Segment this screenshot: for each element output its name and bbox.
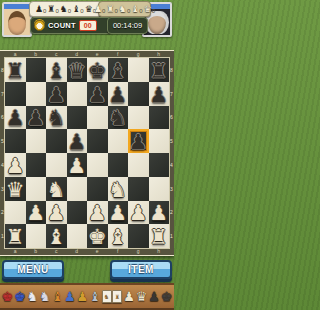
black-rook-icon: ♜	[47, 3, 55, 15]
piece-black-bishop-c8[interactable]: ♝	[47, 60, 66, 81]
white-bishop-icon: ♝	[131, 3, 139, 15]
square-g4[interactable]	[128, 153, 149, 177]
piece-black-pawn-g5[interactable]: ♟	[129, 131, 148, 152]
rank-label-6: 6	[169, 106, 174, 130]
white-knight2-icon[interactable]: ♞	[39, 290, 51, 303]
avatar-banner	[4, 4, 30, 9]
square-b1[interactable]	[26, 224, 47, 248]
piece-white-pawn-d4[interactable]: ♟	[67, 155, 86, 176]
piece-white-pawn-b2[interactable]: ♟	[26, 202, 45, 223]
file-label-c: c	[46, 51, 67, 58]
white-pawn-icon[interactable]: ♟	[123, 290, 135, 303]
square-e5[interactable]	[87, 129, 108, 153]
piece-white-bishop-c1[interactable]: ♝	[47, 226, 66, 247]
square-a7[interactable]	[5, 82, 26, 106]
square-c4[interactable]	[46, 153, 67, 177]
square-d8[interactable]: ♛	[67, 58, 88, 82]
square-f4[interactable]	[108, 153, 129, 177]
black-pawn-icon: ♟	[35, 3, 43, 15]
piece-black-pawn-c7[interactable]: ♟	[47, 84, 66, 105]
game-timer-panel: 00:14:09	[107, 17, 148, 34]
piece-black-pawn-a6[interactable]: ♟	[6, 107, 25, 128]
captured-count: 0	[43, 7, 46, 15]
square-f1[interactable]: ♝	[108, 224, 129, 248]
captured-white-bishop: ♝0	[131, 3, 142, 15]
square-g2[interactable]: ♟	[128, 201, 149, 225]
piece-white-pawn-f2[interactable]: ♟	[108, 202, 127, 223]
captured-white-rook: ♜0	[106, 3, 117, 15]
square-g8[interactable]	[128, 58, 149, 82]
square-e1[interactable]: ♚	[87, 224, 108, 248]
square-h5[interactable]	[149, 129, 170, 153]
captured-black-knight: ♞0	[60, 3, 71, 15]
square-f2[interactable]: ♟	[108, 201, 129, 225]
file-label-a: a	[5, 248, 26, 255]
square-b2[interactable]: ♟	[26, 201, 47, 225]
square-b4[interactable]	[26, 153, 47, 177]
item-button[interactable]: ITEM	[110, 260, 172, 279]
square-c7[interactable]: ♟	[46, 82, 67, 106]
square-f8[interactable]: ♝	[108, 58, 129, 82]
square-a2[interactable]	[5, 201, 26, 225]
square-h6[interactable]	[149, 106, 170, 130]
chess-board-frame: abcdefgh 87654321 ♜♝♛♚♝♜♟♟♟♟♟♟♞♞♟♟♟♟♛♞♞♟…	[0, 50, 174, 256]
square-c5[interactable]	[46, 129, 67, 153]
square-d3[interactable]	[67, 177, 88, 201]
captured-count: 0	[68, 7, 71, 15]
menu-button[interactable]: MENU	[2, 260, 64, 279]
file-label-e: e	[87, 51, 108, 58]
item-card2-icon[interactable]: ♜	[112, 290, 122, 303]
square-h3[interactable]	[149, 177, 170, 201]
captured-count: 0	[55, 7, 58, 15]
rank-label-4: 4	[169, 153, 174, 177]
square-e3[interactable]	[87, 177, 108, 201]
count-value: 00	[79, 20, 97, 31]
white-knight-icon[interactable]: ♞	[26, 290, 38, 303]
piece-white-queen-a3[interactable]: ♛	[6, 179, 25, 200]
file-label-g: g	[128, 51, 149, 58]
file-label-d: d	[67, 248, 88, 255]
piece-white-knight-f3[interactable]: ♞	[108, 179, 127, 200]
square-h1[interactable]: ♜	[149, 224, 170, 248]
piece-white-knight-c3[interactable]: ♞	[47, 179, 66, 200]
gold-pawn-icon[interactable]: ♟	[77, 290, 89, 303]
captured-count: 0	[80, 7, 83, 15]
captured-black-bishop: ♝0	[72, 3, 83, 15]
file-label-d: d	[67, 51, 88, 58]
square-g6[interactable]	[128, 106, 149, 130]
piece-black-pawn-f7[interactable]: ♟	[108, 84, 127, 105]
square-e2[interactable]: ♟	[87, 201, 108, 225]
square-d7[interactable]	[67, 82, 88, 106]
square-d4[interactable]: ♟	[67, 153, 88, 177]
file-label-a: a	[5, 51, 26, 58]
file-label-b: b	[26, 248, 47, 255]
piece-black-knight-c6[interactable]: ♞	[47, 107, 66, 128]
piece-black-queen-d8[interactable]: ♛	[67, 60, 86, 81]
square-h4[interactable]	[149, 153, 170, 177]
piece-white-pawn-c2[interactable]: ♟	[47, 202, 66, 223]
square-e6[interactable]	[87, 106, 108, 130]
black-pawn-icon[interactable]: ♟	[148, 290, 160, 303]
blue-pawn-icon[interactable]: ♟	[64, 290, 76, 303]
captured-black-rook: ♜0	[47, 3, 58, 15]
captured-count: 0	[139, 7, 142, 15]
square-h2[interactable]: ♟	[149, 201, 170, 225]
square-f6[interactable]: ♞	[108, 106, 129, 130]
white-queen-icon[interactable]: ♛	[136, 290, 148, 303]
file-label-c: c	[46, 248, 67, 255]
piece-white-bishop-f1[interactable]: ♝	[108, 226, 127, 247]
piece-white-pawn-g2[interactable]: ♟	[129, 202, 148, 223]
square-c1[interactable]: ♝	[46, 224, 67, 248]
red-king-icon[interactable]: ♚	[1, 290, 13, 303]
square-a8[interactable]: ♜	[5, 58, 26, 82]
file-label-g: g	[128, 248, 149, 255]
black-queen-icon: ♛	[85, 3, 93, 15]
captured-white-knight: ♞0	[119, 3, 130, 15]
square-c8[interactable]: ♝	[46, 58, 67, 82]
avatar-face-left	[8, 11, 26, 35]
blue-king-icon[interactable]: ♚	[14, 290, 26, 303]
piece-black-rook-a8[interactable]: ♜	[6, 60, 25, 81]
captured-count: 0	[102, 7, 105, 15]
captured-white-queen: ♛0	[144, 3, 155, 15]
piece-white-rook-h1[interactable]: ♜	[149, 226, 168, 247]
orange-bishop-icon[interactable]: ♝	[51, 290, 63, 303]
piece-white-pawn-a4[interactable]: ♟	[6, 155, 25, 176]
white-queen-icon: ♛	[144, 3, 152, 15]
clock-icon	[34, 20, 45, 31]
square-b8[interactable]	[26, 58, 47, 82]
square-b6[interactable]: ♟	[26, 106, 47, 130]
file-label-f: f	[108, 51, 129, 58]
square-e4[interactable]	[87, 153, 108, 177]
piece-black-knight-f6[interactable]: ♞	[108, 107, 127, 128]
square-h8[interactable]: ♜	[149, 58, 170, 82]
captured-white-pawn: ♟0	[94, 3, 105, 15]
piece-white-king-e1[interactable]: ♚	[88, 226, 107, 247]
file-label-f: f	[108, 248, 129, 255]
captured-black-pawn: ♟0	[35, 3, 46, 15]
square-g1[interactable]	[128, 224, 149, 248]
square-a5[interactable]	[5, 129, 26, 153]
move-count-panel: COUNT 00	[30, 17, 112, 34]
square-f5[interactable]	[108, 129, 129, 153]
count-label: COUNT	[48, 21, 76, 30]
rank-label-3: 3	[169, 177, 174, 201]
timer-value: 00:14:09	[113, 21, 142, 30]
rank-labels-right: 87654321	[169, 58, 174, 248]
player-avatar-left[interactable]	[2, 2, 32, 37]
captured-count: 0	[127, 7, 130, 15]
file-labels-top: abcdefgh	[5, 51, 169, 58]
square-g7[interactable]	[128, 82, 149, 106]
square-d5[interactable]: ♟	[67, 129, 88, 153]
black-bishop-icon: ♝	[72, 3, 80, 15]
captured-count: 0	[114, 7, 117, 15]
square-g3[interactable]	[128, 177, 149, 201]
rank-label-5: 5	[169, 129, 174, 153]
captured-black-pieces-tray: ♟0♜0♞0♝0♛0	[29, 1, 102, 17]
rank-label-7: 7	[169, 82, 174, 106]
piece-black-bishop-f8[interactable]: ♝	[108, 60, 127, 81]
square-a4[interactable]: ♟	[5, 153, 26, 177]
square-g5[interactable]: ♟	[128, 129, 149, 153]
square-d1[interactable]	[67, 224, 88, 248]
black-knight-icon: ♞	[60, 3, 68, 15]
piece-black-king-e8[interactable]: ♚	[88, 60, 107, 81]
rank-label-8: 8	[169, 58, 174, 82]
square-b7[interactable]	[26, 82, 47, 106]
square-f3[interactable]: ♞	[108, 177, 129, 201]
square-a6[interactable]: ♟	[5, 106, 26, 130]
square-b5[interactable]	[26, 129, 47, 153]
piece-black-pawn-e7[interactable]: ♟	[88, 84, 107, 105]
piece-black-pawn-d5[interactable]: ♟	[67, 131, 86, 152]
piece-black-pawn-h7[interactable]: ♟	[149, 84, 168, 105]
file-labels-bottom: abcdefgh	[5, 248, 169, 255]
file-label-e: e	[87, 248, 108, 255]
silver-bishop-icon[interactable]: ♝	[89, 290, 101, 303]
item-tray: ♚♚♞♞♝♟♟♝♞♜♟♛♟♚	[0, 283, 174, 310]
item-card-icon[interactable]: ♞	[102, 290, 112, 303]
black-king-icon[interactable]: ♚	[161, 290, 173, 303]
square-c2[interactable]: ♟	[46, 201, 67, 225]
square-d2[interactable]	[67, 201, 88, 225]
square-f7[interactable]: ♟	[108, 82, 129, 106]
piece-black-pawn-b6[interactable]: ♟	[26, 107, 45, 128]
file-label-h: h	[149, 248, 170, 255]
rank-label-1: 1	[169, 224, 174, 248]
square-c6[interactable]: ♞	[46, 106, 67, 130]
piece-black-rook-h8[interactable]: ♜	[149, 60, 168, 81]
file-label-h: h	[149, 51, 170, 58]
square-c3[interactable]: ♞	[46, 177, 67, 201]
captured-count: 0	[152, 7, 155, 15]
white-rook-icon: ♜	[106, 3, 114, 15]
square-e8[interactable]: ♚	[87, 58, 108, 82]
piece-white-pawn-h2[interactable]: ♟	[149, 202, 168, 223]
captured-white-pieces-tray: ♟0♜0♞0♝0♛0	[98, 1, 151, 17]
square-h7[interactable]: ♟	[149, 82, 170, 106]
square-a1[interactable]: ♜	[5, 224, 26, 248]
chess-board[interactable]: ♜♝♛♚♝♜♟♟♟♟♟♟♞♞♟♟♟♟♛♞♞♟♟♟♟♟♟♜♝♚♝♜	[5, 58, 169, 248]
white-pawn-icon: ♟	[94, 3, 102, 15]
white-knight-icon: ♞	[119, 3, 127, 15]
piece-white-rook-a1[interactable]: ♜	[6, 226, 25, 247]
file-label-b: b	[26, 51, 47, 58]
rank-label-2: 2	[169, 201, 174, 225]
square-e7[interactable]: ♟	[87, 82, 108, 106]
square-d6[interactable]	[67, 106, 88, 130]
piece-white-pawn-e2[interactable]: ♟	[88, 202, 107, 223]
chess-app-screen: { "game": "chess", "position": "r1bqkb1r…	[0, 0, 174, 310]
square-a3[interactable]: ♛	[5, 177, 26, 201]
square-b3[interactable]	[26, 177, 47, 201]
